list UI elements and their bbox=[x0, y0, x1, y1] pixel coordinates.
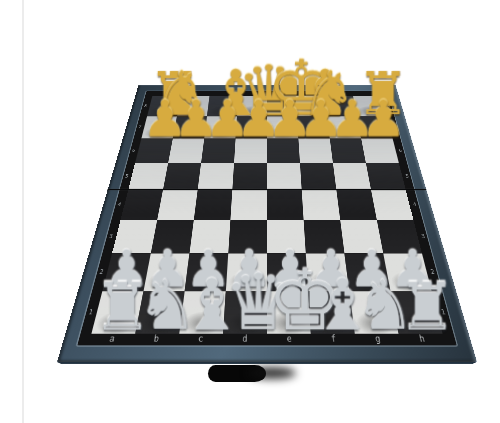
piece-gold-pawn[interactable]: ♟ bbox=[142, 94, 173, 145]
file-label-h: h bbox=[399, 333, 446, 345]
product-photo-canvas: ♜♞♝♛♚♝♞♜♟♟♟♟♟♟♟♟♟♟♟♟♟♟♟♟♜♞♝♛♚♝♞♜ 8765432… bbox=[0, 0, 500, 423]
file-label-e: e bbox=[267, 333, 312, 345]
file-labels-bottom: abcdefgh bbox=[88, 333, 446, 345]
square-f6[interactable] bbox=[298, 139, 333, 163]
square-f1[interactable]: ♝ bbox=[308, 291, 355, 334]
piece-gold-pawn[interactable]: ♟ bbox=[236, 94, 267, 145]
piece-silver-king[interactable]: ♚ bbox=[267, 258, 311, 342]
square-d4[interactable] bbox=[230, 190, 267, 220]
chess-board-wrapper: ♜♞♝♛♚♝♞♜♟♟♟♟♟♟♟♟♟♟♟♟♟♟♟♟♜♞♝♛♚♝♞♜ 8765432… bbox=[108, 31, 427, 350]
piece-gold-pawn[interactable]: ♟ bbox=[205, 94, 236, 145]
square-e7[interactable]: ♟ bbox=[267, 116, 298, 138]
square-g4[interactable] bbox=[336, 190, 376, 220]
perspective-container: ♜♞♝♛♚♝♞♜♟♟♟♟♟♟♟♟♟♟♟♟♟♟♟♟♜♞♝♛♚♝♞♜ 8765432… bbox=[108, 31, 427, 350]
square-b1[interactable]: ♞ bbox=[135, 291, 184, 334]
square-e4[interactable] bbox=[267, 190, 304, 220]
square-c5[interactable] bbox=[198, 163, 234, 190]
square-g6[interactable] bbox=[330, 139, 366, 163]
page-edge-line bbox=[22, 0, 24, 423]
square-a7[interactable]: ♟ bbox=[141, 116, 177, 138]
square-f4[interactable] bbox=[302, 190, 341, 220]
square-g7[interactable]: ♟ bbox=[327, 116, 361, 138]
square-e5[interactable] bbox=[267, 163, 302, 190]
piece-gold-pawn[interactable]: ♟ bbox=[267, 94, 298, 145]
board-grid: ♜♞♝♛♚♝♞♜♟♟♟♟♟♟♟♟♟♟♟♟♟♟♟♟♜♞♝♛♚♝♞♜ bbox=[91, 96, 442, 334]
piece-gold-pawn[interactable]: ♟ bbox=[173, 94, 204, 145]
square-c6[interactable] bbox=[201, 139, 236, 163]
square-a6[interactable] bbox=[135, 139, 173, 163]
fold-seam bbox=[107, 189, 427, 191]
square-a5[interactable] bbox=[128, 163, 168, 190]
square-h7[interactable]: ♟ bbox=[357, 116, 393, 138]
square-e6[interactable] bbox=[267, 139, 300, 163]
square-d7[interactable]: ♟ bbox=[236, 116, 267, 138]
square-f5[interactable] bbox=[300, 163, 336, 190]
piece-gold-pawn[interactable]: ♟ bbox=[298, 94, 329, 145]
file-label-g: g bbox=[355, 333, 401, 345]
piece-gold-pawn[interactable]: ♟ bbox=[329, 94, 360, 145]
piece-gold-pawn[interactable]: ♟ bbox=[361, 94, 392, 145]
board-front-edge bbox=[57, 362, 477, 364]
square-b7[interactable]: ♟ bbox=[173, 116, 207, 138]
square-f7[interactable]: ♟ bbox=[297, 116, 330, 138]
piece-silver-rook[interactable]: ♜ bbox=[398, 274, 442, 339]
chess-board: ♜♞♝♛♚♝♞♜♟♟♟♟♟♟♟♟♟♟♟♟♟♟♟♟♜♞♝♛♚♝♞♜ 8765432… bbox=[57, 85, 477, 362]
square-h6[interactable] bbox=[361, 139, 399, 163]
square-d5[interactable] bbox=[232, 163, 267, 190]
square-b4[interactable] bbox=[157, 190, 197, 220]
square-h1[interactable]: ♜ bbox=[390, 291, 442, 334]
square-d6[interactable] bbox=[234, 139, 267, 163]
piece-silver-rook[interactable]: ♜ bbox=[93, 274, 137, 339]
square-c7[interactable]: ♟ bbox=[204, 116, 237, 138]
square-b5[interactable] bbox=[163, 163, 201, 190]
file-label-b: b bbox=[133, 333, 179, 345]
square-g5[interactable] bbox=[333, 163, 371, 190]
square-g1[interactable]: ♞ bbox=[349, 291, 398, 334]
latch-shadow bbox=[248, 367, 296, 379]
square-c4[interactable] bbox=[194, 190, 233, 220]
square-d1[interactable]: ♛ bbox=[223, 291, 267, 334]
square-b6[interactable] bbox=[168, 139, 204, 163]
square-c1[interactable]: ♝ bbox=[179, 291, 226, 334]
file-label-d: d bbox=[222, 333, 267, 345]
file-label-f: f bbox=[311, 333, 356, 345]
file-label-a: a bbox=[88, 333, 135, 345]
square-a4[interactable] bbox=[121, 190, 163, 220]
square-e1[interactable]: ♚ bbox=[267, 291, 311, 334]
file-label-c: c bbox=[178, 333, 223, 345]
